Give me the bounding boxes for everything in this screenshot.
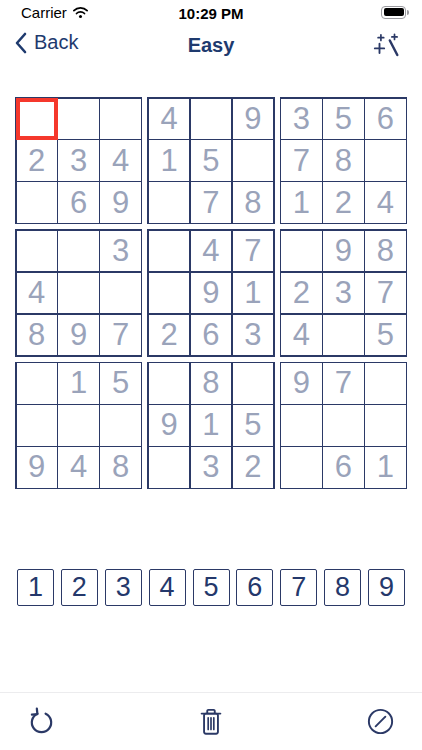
- sudoku-box: 4791263: [147, 229, 274, 356]
- undo-icon: [26, 706, 57, 737]
- sudoku-cell-r8c5[interactable]: 1: [191, 405, 231, 445]
- sudoku-cell-r9c9[interactable]: 1: [365, 447, 405, 487]
- clock: 10:29 PM: [0, 5, 422, 22]
- sudoku-cell-r2c7[interactable]: 7: [281, 140, 321, 180]
- sudoku-cell-r7c5[interactable]: 8: [191, 363, 231, 403]
- sudoku-cell-r4c1[interactable]: [17, 231, 57, 271]
- sudoku-cell-r8c1[interactable]: [17, 405, 57, 445]
- number-pad: 123456789: [17, 569, 405, 606]
- sudoku-cell-r6c3[interactable]: 7: [100, 315, 140, 355]
- sudoku-cell-r6c8[interactable]: [323, 315, 363, 355]
- sudoku-cell-r8c7[interactable]: [281, 405, 321, 445]
- sudoku-cell-r9c8[interactable]: 6: [323, 447, 363, 487]
- sudoku-cell-r8c9[interactable]: [365, 405, 405, 445]
- sudoku-cell-r9c3[interactable]: 8: [100, 447, 140, 487]
- sudoku-cell-r1c6[interactable]: 9: [233, 99, 273, 139]
- sudoku-cell-r4c9[interactable]: 8: [365, 231, 405, 271]
- sudoku-cell-r4c6[interactable]: 7: [233, 231, 273, 271]
- sudoku-cell-r9c6[interactable]: 2: [233, 447, 273, 487]
- numpad-button-3[interactable]: 3: [105, 569, 142, 606]
- sudoku-cell-r1c7[interactable]: 3: [281, 99, 321, 139]
- sudoku-cell-r2c6[interactable]: [233, 140, 273, 180]
- sudoku-cell-r6c7[interactable]: 4: [281, 315, 321, 355]
- sudoku-cell-r2c2[interactable]: 3: [58, 140, 98, 180]
- sudoku-cell-r2c1[interactable]: 2: [17, 140, 57, 180]
- sudoku-cell-r7c3[interactable]: 5: [100, 363, 140, 403]
- sudoku-cell-r4c3[interactable]: 3: [100, 231, 140, 271]
- numpad-button-7[interactable]: 7: [280, 569, 317, 606]
- nav-bar: Back Easy: [0, 24, 422, 68]
- trash-icon: [196, 706, 226, 738]
- sudoku-cell-r8c4[interactable]: 9: [149, 405, 189, 445]
- numpad-button-2[interactable]: 2: [61, 569, 98, 606]
- sudoku-box: 34897: [15, 229, 142, 356]
- sudoku-cell-r5c5[interactable]: 9: [191, 273, 231, 313]
- sudoku-cell-r7c2[interactable]: 1: [58, 363, 98, 403]
- sudoku-cell-r7c8[interactable]: 7: [323, 363, 363, 403]
- sudoku-box: 23469: [15, 97, 142, 224]
- sudoku-cell-r9c4[interactable]: [149, 447, 189, 487]
- clear-cell-button[interactable]: [196, 706, 226, 738]
- page-title: Easy: [0, 34, 422, 57]
- hint-wand-button[interactable]: [372, 32, 402, 62]
- sudoku-cell-r9c2[interactable]: 4: [58, 447, 98, 487]
- sudoku-cell-r1c3[interactable]: [100, 99, 140, 139]
- sudoku-cell-r9c7[interactable]: [281, 447, 321, 487]
- sudoku-cell-r7c6[interactable]: [233, 363, 273, 403]
- sudoku-cell-r5c4[interactable]: [149, 273, 189, 313]
- sudoku-box: 891532: [147, 362, 274, 489]
- sudoku-cell-r3c1[interactable]: [17, 182, 57, 222]
- sudoku-cell-r9c1[interactable]: 9: [17, 447, 57, 487]
- numpad-button-5[interactable]: 5: [193, 569, 230, 606]
- sudoku-box: 9761: [280, 362, 407, 489]
- sudoku-cell-r6c9[interactable]: 5: [365, 315, 405, 355]
- sudoku-cell-r6c4[interactable]: 2: [149, 315, 189, 355]
- sudoku-box: 491578: [147, 97, 274, 224]
- sudoku-cell-r4c8[interactable]: 9: [323, 231, 363, 271]
- sudoku-cell-r3c8[interactable]: 2: [323, 182, 363, 222]
- sudoku-cell-r7c4[interactable]: [149, 363, 189, 403]
- sudoku-cell-r5c6[interactable]: 1: [233, 273, 273, 313]
- sudoku-cell-r1c2[interactable]: [58, 99, 98, 139]
- magic-wand-icon: [372, 32, 402, 62]
- sudoku-cell-r2c4[interactable]: 1: [149, 140, 189, 180]
- sudoku-cell-r2c8[interactable]: 8: [323, 140, 363, 180]
- app-screen: Carrier 10:29 PM Back Easy: [0, 0, 422, 750]
- sudoku-cell-r5c7[interactable]: 2: [281, 273, 321, 313]
- battery-icon: [381, 6, 406, 19]
- sudoku-cell-r3c2[interactable]: 6: [58, 182, 98, 222]
- sudoku-cell-r2c5[interactable]: 5: [191, 140, 231, 180]
- sudoku-cell-r6c5[interactable]: 6: [191, 315, 231, 355]
- sudoku-cell-r8c3[interactable]: [100, 405, 140, 445]
- sudoku-cell-r7c9[interactable]: [365, 363, 405, 403]
- sudoku-cell-r3c7[interactable]: 1: [281, 182, 321, 222]
- bottom-toolbar: [0, 692, 422, 750]
- numpad-button-1[interactable]: 1: [17, 569, 54, 606]
- sudoku-box: 15948: [15, 362, 142, 489]
- sudoku-cell-r3c6[interactable]: 8: [233, 182, 273, 222]
- numpad-button-8[interactable]: 8: [324, 569, 361, 606]
- sudoku-cell-r9c5[interactable]: 3: [191, 447, 231, 487]
- sudoku-cell-r5c1[interactable]: 4: [17, 273, 57, 313]
- slash-circle-icon: [365, 706, 396, 737]
- sudoku-cell-r8c2[interactable]: [58, 405, 98, 445]
- sudoku-cell-r8c6[interactable]: 5: [233, 405, 273, 445]
- status-bar: Carrier 10:29 PM: [0, 0, 422, 24]
- sudoku-cell-r7c7[interactable]: 9: [281, 363, 321, 403]
- numpad-button-9[interactable]: 9: [368, 569, 405, 606]
- slash-circle-button[interactable]: [365, 706, 396, 737]
- sudoku-cell-r4c5[interactable]: 4: [191, 231, 231, 271]
- sudoku-cell-r6c6[interactable]: 3: [233, 315, 273, 355]
- sudoku-cell-r4c7[interactable]: [281, 231, 321, 271]
- sudoku-cell-r2c9[interactable]: [365, 140, 405, 180]
- sudoku-cell-r5c8[interactable]: 3: [323, 273, 363, 313]
- undo-button[interactable]: [26, 706, 57, 737]
- sudoku-cell-r4c4[interactable]: [149, 231, 189, 271]
- sudoku-cell-r5c3[interactable]: [100, 273, 140, 313]
- sudoku-box: 9823745: [280, 229, 407, 356]
- sudoku-cell-r5c2[interactable]: [58, 273, 98, 313]
- sudoku-cell-r1c8[interactable]: 5: [323, 99, 363, 139]
- sudoku-cell-r3c4[interactable]: [149, 182, 189, 222]
- sudoku-cell-r1c9[interactable]: 6: [365, 99, 405, 139]
- sudoku-cell-r4c2[interactable]: [58, 231, 98, 271]
- sudoku-cell-r3c5[interactable]: 7: [191, 182, 231, 222]
- sudoku-box: 35678124: [280, 97, 407, 224]
- numpad-button-4[interactable]: 4: [149, 569, 186, 606]
- sudoku-cell-r1c5[interactable]: [191, 99, 231, 139]
- sudoku-cell-r3c3[interactable]: 9: [100, 182, 140, 222]
- sudoku-cell-r8c8[interactable]: [323, 405, 363, 445]
- sudoku-cell-r5c9[interactable]: 7: [365, 273, 405, 313]
- numpad-button-6[interactable]: 6: [236, 569, 273, 606]
- sudoku-cell-r3c9[interactable]: 4: [365, 182, 405, 222]
- sudoku-cell-r6c1[interactable]: 8: [17, 315, 57, 355]
- sudoku-cell-r1c1[interactable]: [17, 99, 57, 139]
- sudoku-cell-r1c4[interactable]: 4: [149, 99, 189, 139]
- sudoku-board: 2346949157835678124348974791263982374515…: [15, 97, 407, 489]
- sudoku-cell-r2c3[interactable]: 4: [100, 140, 140, 180]
- sudoku-cell-r7c1[interactable]: [17, 363, 57, 403]
- sudoku-cell-r6c2[interactable]: 9: [58, 315, 98, 355]
